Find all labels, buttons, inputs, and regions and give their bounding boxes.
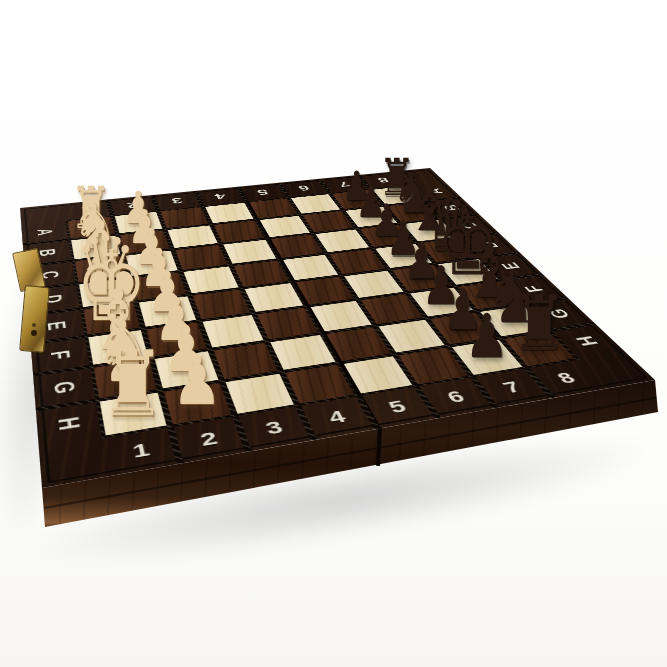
square-c6 [315, 229, 369, 252]
white-rook-glyph: ♜ [100, 340, 166, 430]
chess-set-photo: AABBCCDDEEFFGGHH1122334455667788 ♜♟♟♜♞♟♟… [0, 0, 667, 667]
black-rook-glyph: ♜ [511, 286, 567, 362]
square-a6 [291, 194, 340, 213]
square-g3 [213, 343, 277, 379]
brass-clasp-hole [31, 330, 37, 336]
square-d6 [329, 249, 385, 274]
file-label-left-h: H [36, 402, 102, 446]
black-pawn-glyph: ♟ [464, 307, 509, 368]
square-b6 [303, 211, 354, 232]
white-pawn-glyph: ♟ [172, 347, 222, 415]
